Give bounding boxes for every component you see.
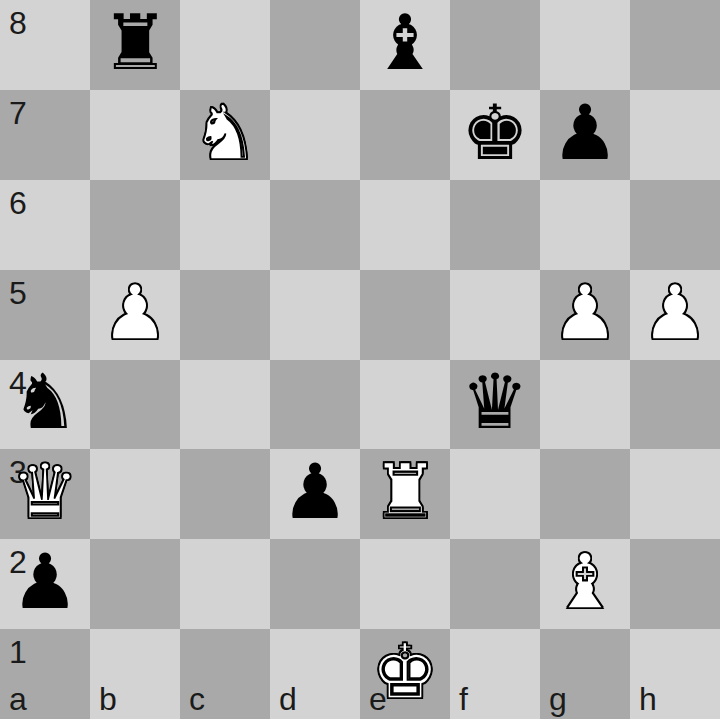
square-d5[interactable] [270,270,360,360]
square-g8[interactable] [540,0,630,90]
square-f3[interactable] [450,449,540,539]
file-label-f: f [459,683,468,715]
square-g2[interactable]: ♝︎ [540,539,630,629]
piece-white-knight[interactable]: ♞︎ [191,95,259,171]
square-h3[interactable] [630,449,720,539]
square-b6[interactable] [90,180,180,270]
file-label-h: h [639,683,657,715]
file-label-b: b [99,683,117,715]
rank-label-1: 1 [9,636,27,668]
square-h2[interactable] [630,539,720,629]
file-label-a: a [9,683,27,715]
square-e2[interactable] [360,539,450,629]
square-e3[interactable]: ♜︎ [360,449,450,539]
square-b5[interactable]: ♟︎ [90,270,180,360]
piece-white-pawn[interactable]: ♟︎ [101,275,169,351]
square-e8[interactable]: ♝︎ [360,0,450,90]
square-c4[interactable] [180,360,270,450]
square-h1[interactable]: h [630,629,720,719]
square-e7[interactable] [360,90,450,180]
square-a6[interactable]: 6 [0,180,90,270]
chess-board: 8♜︎♝︎7♞︎♚︎♟︎65♟︎♟︎♟︎4♞︎♛︎3♛︎♟︎♜︎2♟︎♝︎1ab… [0,0,720,719]
file-label-c: c [189,683,205,715]
square-d7[interactable] [270,90,360,180]
square-b2[interactable] [90,539,180,629]
square-h7[interactable] [630,90,720,180]
square-g3[interactable] [540,449,630,539]
piece-white-queen[interactable]: ♛︎ [11,454,79,530]
rank-label-5: 5 [9,277,27,309]
rank-label-7: 7 [9,97,27,129]
square-c5[interactable] [180,270,270,360]
square-b8[interactable]: ♜︎ [90,0,180,90]
square-c2[interactable] [180,539,270,629]
square-h5[interactable]: ♟︎ [630,270,720,360]
square-f7[interactable]: ♚︎ [450,90,540,180]
square-g5[interactable]: ♟︎ [540,270,630,360]
square-h6[interactable] [630,180,720,270]
square-d2[interactable] [270,539,360,629]
piece-black-knight[interactable]: ♞︎ [11,364,79,440]
piece-white-pawn[interactable]: ♟︎ [641,275,709,351]
square-e4[interactable] [360,360,450,450]
square-b1[interactable]: b [90,629,180,719]
square-f6[interactable] [450,180,540,270]
square-d1[interactable]: d [270,629,360,719]
piece-black-pawn[interactable]: ♟︎ [11,544,79,620]
square-f8[interactable] [450,0,540,90]
square-c1[interactable]: c [180,629,270,719]
square-b4[interactable] [90,360,180,450]
piece-white-pawn[interactable]: ♟︎ [551,275,619,351]
rank-label-8: 8 [9,7,27,39]
piece-white-king[interactable]: ♚︎ [371,634,439,710]
square-e1[interactable]: e♚︎ [360,629,450,719]
square-d6[interactable] [270,180,360,270]
piece-black-pawn[interactable]: ♟︎ [551,95,619,171]
square-g1[interactable]: g [540,629,630,719]
square-a8[interactable]: 8 [0,0,90,90]
square-b3[interactable] [90,449,180,539]
square-e5[interactable] [360,270,450,360]
square-f4[interactable]: ♛︎ [450,360,540,450]
square-c8[interactable] [180,0,270,90]
square-d8[interactable] [270,0,360,90]
square-c6[interactable] [180,180,270,270]
piece-white-bishop[interactable]: ♝︎ [551,544,619,620]
piece-black-bishop[interactable]: ♝︎ [371,5,439,81]
square-g4[interactable] [540,360,630,450]
square-e6[interactable] [360,180,450,270]
square-f1[interactable]: f [450,629,540,719]
file-label-g: g [549,683,567,715]
square-f2[interactable] [450,539,540,629]
piece-black-queen[interactable]: ♛︎ [461,364,529,440]
piece-black-rook[interactable]: ♜︎ [101,5,169,81]
piece-white-rook[interactable]: ♜︎ [371,454,439,530]
square-f5[interactable] [450,270,540,360]
piece-black-pawn[interactable]: ♟︎ [281,454,349,530]
square-a7[interactable]: 7 [0,90,90,180]
square-c7[interactable]: ♞︎ [180,90,270,180]
square-a3[interactable]: 3♛︎ [0,449,90,539]
square-g6[interactable] [540,180,630,270]
square-d4[interactable] [270,360,360,450]
square-d3[interactable]: ♟︎ [270,449,360,539]
square-h8[interactable] [630,0,720,90]
square-a2[interactable]: 2♟︎ [0,539,90,629]
square-a4[interactable]: 4♞︎ [0,360,90,450]
rank-label-6: 6 [9,187,27,219]
piece-black-king[interactable]: ♚︎ [461,95,529,171]
square-g7[interactable]: ♟︎ [540,90,630,180]
file-label-d: d [279,683,297,715]
square-h4[interactable] [630,360,720,450]
square-b7[interactable] [90,90,180,180]
square-a1[interactable]: 1a [0,629,90,719]
square-c3[interactable] [180,449,270,539]
square-a5[interactable]: 5 [0,270,90,360]
